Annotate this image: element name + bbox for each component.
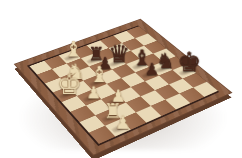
square-h1: [193, 82, 218, 97]
product-photo-stage: ♝♜♞♟♛♚♝♝♟♟♞♟♚♜♟: [0, 0, 242, 158]
square-g2: [169, 79, 193, 94]
